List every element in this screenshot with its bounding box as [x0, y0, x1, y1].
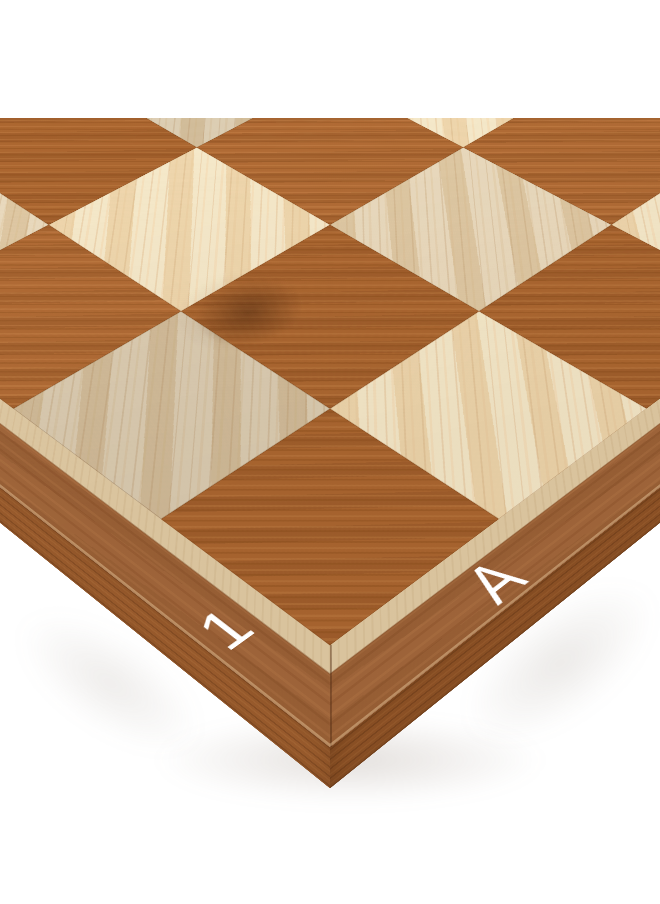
photo-crop-area: 1 A [0, 118, 660, 904]
product-photo-background: 1 A [0, 0, 660, 904]
chessboard: 1 A [0, 118, 660, 747]
